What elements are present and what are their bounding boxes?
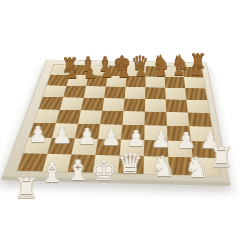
square-h7 xyxy=(184,77,205,88)
square-h8 xyxy=(183,67,203,78)
square-f3 xyxy=(144,125,167,140)
square-e6 xyxy=(125,87,146,99)
square-e5 xyxy=(124,99,146,112)
square-g5 xyxy=(166,99,188,112)
square-b6 xyxy=(63,86,86,98)
square-d1 xyxy=(93,155,120,173)
square-g6 xyxy=(165,88,186,100)
square-c3 xyxy=(75,124,100,139)
square-g4 xyxy=(166,112,189,126)
square-g1 xyxy=(168,157,194,175)
square-b7 xyxy=(67,75,89,86)
square-f6 xyxy=(145,87,166,99)
square-h1 xyxy=(193,157,221,175)
square-d5 xyxy=(102,98,124,111)
square-f7 xyxy=(145,76,165,87)
square-g8 xyxy=(164,67,184,77)
square-h2 xyxy=(191,141,217,158)
square-f2 xyxy=(144,140,168,157)
square-h6 xyxy=(185,88,207,100)
square-d7 xyxy=(106,76,127,87)
square-b3 xyxy=(52,123,78,138)
square-d6 xyxy=(104,87,126,99)
square-e3 xyxy=(121,125,145,140)
square-b5 xyxy=(60,97,84,110)
square-f4 xyxy=(145,112,167,126)
white-rook: ♜ xyxy=(13,175,38,203)
square-f1 xyxy=(144,156,169,174)
square-c8 xyxy=(88,65,109,75)
square-h3 xyxy=(189,126,214,141)
square-c1 xyxy=(68,154,96,172)
square-c4 xyxy=(78,110,102,124)
square-e7 xyxy=(126,76,146,87)
square-d2 xyxy=(96,139,122,156)
product-photo-chess-set: ♜♝♝♚♛♞♞♜♟♟♟♟♟♟♟♟♟♟♟♟♟♟♟♟♜♝♝♚♛♞♞♜ xyxy=(0,0,240,240)
square-d4 xyxy=(100,111,123,125)
square-e4 xyxy=(122,111,145,125)
square-f5 xyxy=(145,99,166,112)
square-h5 xyxy=(186,100,209,113)
square-g7 xyxy=(165,77,185,88)
square-e1 xyxy=(118,156,144,174)
square-d3 xyxy=(98,124,122,139)
square-g2 xyxy=(168,141,193,158)
square-e2 xyxy=(120,140,145,157)
square-c7 xyxy=(86,75,107,86)
chess-board xyxy=(16,64,222,177)
square-c5 xyxy=(81,98,104,111)
square-e8 xyxy=(127,66,146,76)
square-f8 xyxy=(146,66,165,76)
board-rim xyxy=(2,60,230,183)
square-h4 xyxy=(188,113,212,127)
square-d8 xyxy=(107,66,127,76)
square-c2 xyxy=(71,138,98,155)
square-c6 xyxy=(84,86,106,98)
square-b4 xyxy=(56,110,81,124)
square-g3 xyxy=(167,126,191,141)
square-b8 xyxy=(70,65,91,75)
